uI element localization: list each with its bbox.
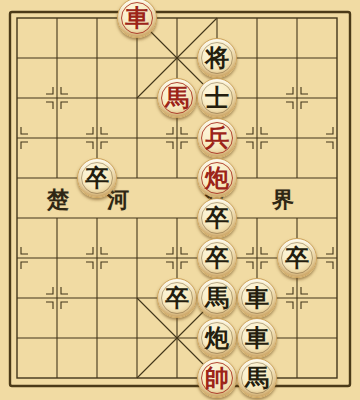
piece-black-soldier-glyph: 卒 [165,286,189,310]
piece-black-chariot[interactable]: 車 [237,278,277,318]
piece-red-horse-glyph: 馬 [165,86,189,110]
piece-black-soldier-glyph: 卒 [285,246,309,270]
piece-black-horse[interactable]: 馬 [197,278,237,318]
piece-black-horse-glyph: 馬 [205,286,229,310]
river-label-chu: 楚 [47,185,69,215]
piece-black-general[interactable]: 将 [197,38,237,78]
piece-black-soldier[interactable]: 卒 [157,278,197,318]
piece-black-chariot-glyph: 車 [245,326,269,350]
piece-red-horse[interactable]: 馬 [157,78,197,118]
piece-red-cannon-glyph: 炮 [205,166,229,190]
piece-black-cannon[interactable]: 炮 [197,318,237,358]
piece-black-cannon-glyph: 炮 [205,326,229,350]
piece-black-soldier-glyph: 卒 [85,166,109,190]
piece-red-general-glyph: 帥 [205,366,229,390]
river-label-jie: 界 [272,185,294,215]
piece-black-horse-glyph: 馬 [245,366,269,390]
piece-red-soldier-glyph: 兵 [205,126,229,150]
piece-black-advisor-glyph: 士 [205,86,229,110]
piece-black-chariot[interactable]: 車 [237,318,277,358]
piece-black-soldier[interactable]: 卒 [197,238,237,278]
piece-black-horse[interactable]: 馬 [237,358,277,398]
piece-black-soldier[interactable]: 卒 [77,158,117,198]
xiangqi-board: 楚 河 汉 界 車将馬士兵卒炮卒卒卒卒馬車炮車帥馬 [0,0,360,400]
piece-black-advisor[interactable]: 士 [197,78,237,118]
piece-black-soldier-glyph: 卒 [205,246,229,270]
piece-red-soldier[interactable]: 兵 [197,118,237,158]
piece-black-soldier[interactable]: 卒 [197,198,237,238]
piece-black-soldier[interactable]: 卒 [277,238,317,278]
piece-black-chariot-glyph: 車 [245,286,269,310]
piece-red-general[interactable]: 帥 [197,358,237,398]
piece-black-general-glyph: 将 [205,46,229,70]
piece-black-soldier-glyph: 卒 [205,206,229,230]
piece-red-chariot-glyph: 車 [125,6,149,30]
piece-red-cannon[interactable]: 炮 [197,158,237,198]
